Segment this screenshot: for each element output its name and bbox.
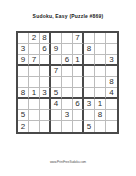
puzzle-title: Sudoku, Easy (Puzzle #869) — [0, 13, 136, 19]
cell-r7c9 — [106, 99, 117, 110]
cell-r4c1 — [18, 66, 29, 77]
cell-r8c7 — [84, 110, 95, 121]
cell-r6c6 — [73, 88, 84, 99]
cell-r8c3 — [40, 110, 51, 121]
cell-r1c9 — [106, 33, 117, 44]
sudoku-board: 2873698976137881354463153825 — [16, 31, 119, 134]
cell-r1c5 — [62, 33, 73, 44]
cell-r4c3 — [40, 66, 51, 77]
cell-r9c2 — [29, 121, 40, 132]
cell-r3c5: 6 — [62, 55, 73, 66]
cell-r1c6: 7 — [73, 33, 84, 44]
cell-r5c9: 8 — [106, 77, 117, 88]
cell-r2c2 — [29, 44, 40, 55]
cell-r1c7 — [84, 33, 95, 44]
cell-r7c8: 1 — [95, 99, 106, 110]
cell-r6c5 — [62, 88, 73, 99]
cell-r7c1 — [18, 99, 29, 110]
cell-r9c4 — [51, 121, 62, 132]
cell-r2c7: 8 — [84, 44, 95, 55]
cell-r3c3 — [40, 55, 51, 66]
sudoku-page: Sudoku, Easy (Puzzle #869) 2873698976137… — [0, 0, 136, 176]
cell-r9c9 — [106, 121, 117, 132]
cell-r1c1 — [18, 33, 29, 44]
cell-r1c2: 2 — [29, 33, 40, 44]
cell-r6c4: 5 — [51, 88, 62, 99]
cell-r3c9: 3 — [106, 55, 117, 66]
cell-r2c8 — [95, 44, 106, 55]
cell-r3c8 — [95, 55, 106, 66]
cell-r8c8: 8 — [95, 110, 106, 121]
cell-r4c8 — [95, 66, 106, 77]
cell-r4c7 — [84, 66, 95, 77]
cell-r8c1: 5 — [18, 110, 29, 121]
cell-r9c5 — [62, 121, 73, 132]
cell-r2c9 — [106, 44, 117, 55]
cell-r7c7: 3 — [84, 99, 95, 110]
cell-r9c6 — [73, 121, 84, 132]
cell-r7c2 — [29, 99, 40, 110]
cell-r8c6 — [73, 110, 84, 121]
cell-r6c3: 3 — [40, 88, 51, 99]
cell-r1c3: 8 — [40, 33, 51, 44]
cell-r5c4 — [51, 77, 62, 88]
cell-r6c8 — [95, 88, 106, 99]
cell-r1c8 — [95, 33, 106, 44]
cell-r8c2 — [29, 110, 40, 121]
cell-r7c6: 6 — [73, 99, 84, 110]
cell-r9c7: 5 — [84, 121, 95, 132]
cell-r6c7 — [84, 88, 95, 99]
cell-r5c3 — [40, 77, 51, 88]
cell-r2c1: 3 — [18, 44, 29, 55]
cell-r8c9 — [106, 110, 117, 121]
cell-r7c4: 4 — [51, 99, 62, 110]
cell-r6c9: 4 — [106, 88, 117, 99]
cell-r9c3 — [40, 121, 51, 132]
cell-r8c4 — [51, 110, 62, 121]
cell-r6c1: 8 — [18, 88, 29, 99]
cell-r3c2: 7 — [29, 55, 40, 66]
cell-r5c8 — [95, 77, 106, 88]
cell-r3c4 — [51, 55, 62, 66]
footer-url: www.PrintFreeSudoku.com — [0, 160, 136, 164]
cell-r4c6 — [73, 66, 84, 77]
cell-r1c4 — [51, 33, 62, 44]
cell-r5c5 — [62, 77, 73, 88]
cell-r2c3: 6 — [40, 44, 51, 55]
cell-r9c8 — [95, 121, 106, 132]
cell-r5c2 — [29, 77, 40, 88]
cell-r4c5 — [62, 66, 73, 77]
cell-r4c9 — [106, 66, 117, 77]
cell-r3c6: 1 — [73, 55, 84, 66]
cell-r2c4: 9 — [51, 44, 62, 55]
cell-r2c5 — [62, 44, 73, 55]
cell-r9c1: 2 — [18, 121, 29, 132]
cell-r6c2: 1 — [29, 88, 40, 99]
cell-r5c1 — [18, 77, 29, 88]
cell-r4c4: 7 — [51, 66, 62, 77]
cell-r5c7 — [84, 77, 95, 88]
cell-r8c5: 3 — [62, 110, 73, 121]
cell-r5c6 — [73, 77, 84, 88]
cell-r7c5 — [62, 99, 73, 110]
cell-r7c3 — [40, 99, 51, 110]
cell-r3c7 — [84, 55, 95, 66]
cell-r2c6 — [73, 44, 84, 55]
cell-r3c1: 9 — [18, 55, 29, 66]
cell-r4c2 — [29, 66, 40, 77]
